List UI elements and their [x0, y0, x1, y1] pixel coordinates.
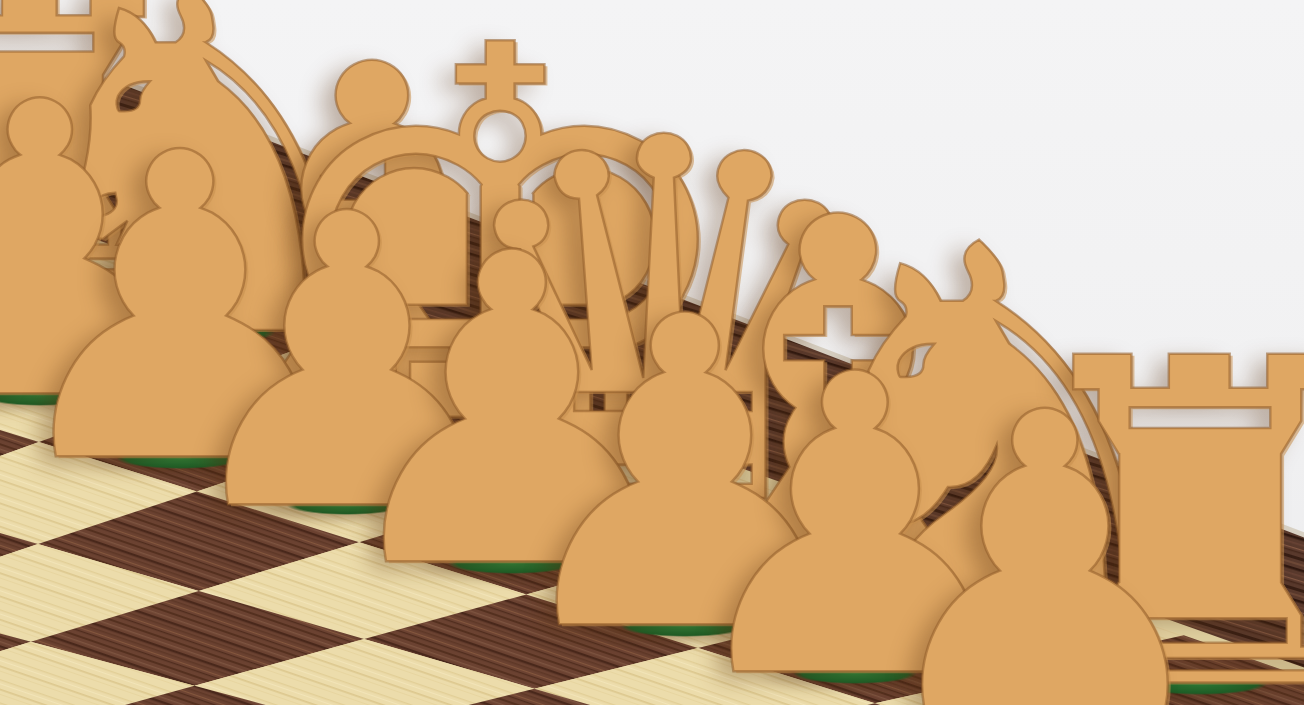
white-pawn[interactable]: ♟ [861, 360, 1229, 705]
chess-set-render: ♜♞♝♟♚♟♛♟♝♟♞♟♟♜♟ [0, 0, 1304, 705]
pieces-layer: ♜♞♝♟♚♟♛♟♝♟♞♟♟♜♟ [0, 0, 1304, 705]
